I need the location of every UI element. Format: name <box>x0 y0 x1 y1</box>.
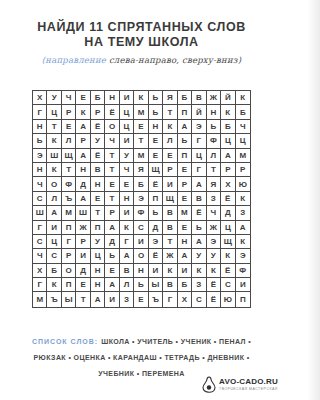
grid-cell[interactable]: Е <box>62 120 76 134</box>
grid-cell[interactable]: Э <box>33 149 47 163</box>
grid-cell[interactable]: Н <box>207 105 221 119</box>
grid-cell[interactable]: Ё <box>192 206 206 220</box>
grid-cell[interactable]: Ы <box>149 278 163 292</box>
directions-note-rest: слева-направо, сверху-вниз) <box>106 55 241 65</box>
grid-cell[interactable]: Я <box>134 163 148 177</box>
puzzle-directions-note: (направление слева-направо, сверху-вниз) <box>0 55 283 65</box>
grid-cell[interactable]: Ё <box>105 105 119 119</box>
grid-cell[interactable]: К <box>120 221 134 235</box>
grid-cell[interactable]: Ч <box>236 120 250 134</box>
grid-cell[interactable]: М <box>33 292 47 306</box>
word-search-grid: ХУЧЕБНИКЬЯБВЖЙКГЦРКРЁЦМЬТПЙНКБНТЕАЁОЦЕНК… <box>33 91 250 307</box>
grid-cell[interactable]: Р <box>236 163 250 177</box>
grid-cell[interactable]: И <box>47 221 61 235</box>
grid-cell[interactable]: Э <box>149 235 163 249</box>
grid-cell[interactable]: Л <box>47 192 61 206</box>
grid-cell[interactable]: Е <box>178 192 192 206</box>
grid-cell[interactable]: З <box>120 292 134 306</box>
grid-cell[interactable]: У <box>120 149 134 163</box>
grid-cell[interactable]: Щ <box>221 235 235 249</box>
grid-cell[interactable]: Е <box>149 149 163 163</box>
grid-cell[interactable]: П <box>62 278 76 292</box>
grid-cell[interactable]: И <box>134 235 148 249</box>
grid-cell[interactable]: А <box>105 278 119 292</box>
grid-cell[interactable]: Р <box>221 163 235 177</box>
grid-cell[interactable]: К <box>76 105 90 119</box>
grid-cell[interactable]: Р <box>163 163 177 177</box>
grid-cell[interactable]: Н <box>91 278 105 292</box>
grid-cell[interactable]: Х <box>33 91 47 105</box>
grid-cell[interactable]: Я <box>207 177 221 191</box>
grid-cell[interactable]: А <box>120 249 134 263</box>
grid-cell[interactable]: Т <box>62 163 76 177</box>
grid-cell[interactable]: Т <box>76 292 90 306</box>
grid-cell[interactable]: А <box>91 292 105 306</box>
grid-cell[interactable]: Р <box>105 206 119 220</box>
grid-cell[interactable]: Б <box>91 91 105 105</box>
grid-cell[interactable]: Я <box>163 91 177 105</box>
grid-cell[interactable]: К <box>47 134 61 148</box>
grid-cell[interactable]: А <box>105 221 119 235</box>
grid-cell[interactable]: Ц <box>120 120 134 134</box>
grid-cell[interactable]: П <box>178 149 192 163</box>
grid-cell[interactable]: И <box>76 249 90 263</box>
grid-cell[interactable]: Е <box>76 278 90 292</box>
grid-cell[interactable]: Ц <box>236 134 250 148</box>
grid-cell[interactable]: Н <box>91 264 105 278</box>
grid-cell[interactable]: Д <box>76 264 90 278</box>
grid-cell[interactable]: У <box>47 91 61 105</box>
grid-cell[interactable]: Э <box>236 249 250 263</box>
grid-cell[interactable]: Г <box>192 163 206 177</box>
page-title-line1: НАЙДИ 11 СПРЯТАННЫХ СЛОВ <box>0 20 283 35</box>
grid-cell[interactable]: П <box>62 221 76 235</box>
grid-cell[interactable]: Х <box>221 177 235 191</box>
grid-cell[interactable]: Н <box>91 177 105 191</box>
grid-cell[interactable]: Ю <box>221 292 235 306</box>
grid-cell[interactable]: У <box>91 235 105 249</box>
grid-cell[interactable]: Л <box>207 149 221 163</box>
grid-cell[interactable]: И <box>120 134 134 148</box>
grid-cell[interactable]: Б <box>236 105 250 119</box>
grid-cell[interactable]: Ь <box>207 120 221 134</box>
grid-cell[interactable]: Р <box>62 249 76 263</box>
grid-cell[interactable]: Т <box>207 163 221 177</box>
grid-cell[interactable]: А <box>76 149 90 163</box>
grid-cell[interactable]: И <box>105 292 119 306</box>
grid-cell[interactable]: Ф <box>236 264 250 278</box>
avocado-icon <box>202 376 216 393</box>
grid-cell[interactable]: С <box>221 278 235 292</box>
grid-cell[interactable]: Р <box>91 105 105 119</box>
grid-cell[interactable]: Е <box>134 120 148 134</box>
grid-cell[interactable]: Э <box>134 192 148 206</box>
grid-cell[interactable]: Ё <box>207 292 221 306</box>
grid-cell[interactable]: Щ <box>62 149 76 163</box>
grid-cell[interactable]: Ч <box>207 206 221 220</box>
grid-cell[interactable]: К <box>192 264 206 278</box>
grid-cell[interactable]: К <box>236 192 250 206</box>
grid-cell[interactable]: Ь <box>33 134 47 148</box>
grid-cell[interactable]: Е <box>178 221 192 235</box>
grid-cell[interactable]: К <box>236 235 250 249</box>
grid-cell[interactable]: Е <box>134 292 148 306</box>
grid-cell[interactable]: Ы <box>62 292 76 306</box>
grid-cell[interactable]: К <box>207 264 221 278</box>
grid-cell[interactable]: Ч <box>62 91 76 105</box>
grid-cell[interactable]: А <box>76 120 90 134</box>
grid-cell[interactable]: Б <box>47 264 61 278</box>
grid-cell[interactable]: Е <box>91 192 105 206</box>
grid-cell[interactable]: К <box>134 91 148 105</box>
grid-cell[interactable]: Т <box>105 163 119 177</box>
grid-cell[interactable]: Ф <box>62 177 76 191</box>
word-list-label: СПИСОК СЛОВ: <box>32 338 98 345</box>
grid-cell[interactable]: Ч <box>105 134 119 148</box>
grid-cell[interactable]: Е <box>76 91 90 105</box>
grid-cell[interactable]: И <box>178 264 192 278</box>
grid-cell[interactable]: Р <box>76 235 90 249</box>
grid-cell[interactable]: А <box>192 235 206 249</box>
grid-cell[interactable]: И <box>236 278 250 292</box>
grid-cell[interactable]: М <box>178 206 192 220</box>
grid-cell[interactable]: У <box>207 249 221 263</box>
grid-cell[interactable]: Ё <box>91 149 105 163</box>
grid-cell[interactable]: Н <box>149 120 163 134</box>
grid-cell[interactable]: Ь <box>149 105 163 119</box>
grid-cell[interactable]: Ц <box>47 105 61 119</box>
grid-cell[interactable]: Ж <box>207 91 221 105</box>
publisher-logo: AVO-CADO.RU ТВОРЧЕСКАЯ МАСТЕРСКАЯ <box>202 376 278 393</box>
grid-cell[interactable]: З <box>236 206 250 220</box>
grid-cell[interactable]: Ц <box>91 249 105 263</box>
grid-cell[interactable]: Ё <box>149 249 163 263</box>
grid-cell[interactable]: Р <box>76 134 90 148</box>
grid-cell[interactable]: Й <box>192 105 206 119</box>
grid-cell[interactable]: Ц <box>221 134 235 148</box>
grid-cell[interactable]: А <box>221 149 235 163</box>
grid-cell[interactable]: В <box>163 278 177 292</box>
grid-cell[interactable]: Р <box>62 105 76 119</box>
grid-cell[interactable]: В <box>163 206 177 220</box>
grid-cell[interactable]: М <box>236 149 250 163</box>
grid-cell[interactable]: П <box>236 292 250 306</box>
grid-cell[interactable]: Ш <box>33 206 47 220</box>
grid-cell[interactable]: Щ <box>163 192 177 206</box>
grid-cell[interactable]: К <box>221 249 235 263</box>
grid-cell[interactable]: С <box>192 292 206 306</box>
grid-cell[interactable]: К <box>163 120 177 134</box>
grid-cell[interactable]: У <box>192 249 206 263</box>
grid-cell[interactable]: А <box>178 120 192 134</box>
grid-cell[interactable]: Н <box>105 91 119 105</box>
grid-cell[interactable]: О <box>62 264 76 278</box>
grid-cell[interactable]: К <box>163 264 177 278</box>
grid-cell[interactable]: К <box>221 105 235 119</box>
grid-cell[interactable]: Ф <box>134 206 148 220</box>
grid-cell[interactable]: Л <box>62 134 76 148</box>
grid-cell[interactable]: В <box>91 163 105 177</box>
grid-cell[interactable]: Р <box>178 177 192 191</box>
grid-cell[interactable]: О <box>105 120 119 134</box>
grid-cell[interactable]: Ё <box>91 120 105 134</box>
grid-cell[interactable]: А <box>178 249 192 263</box>
grid-cell[interactable]: З <box>207 192 221 206</box>
grid-cell[interactable]: Ь <box>192 221 206 235</box>
grid-cell[interactable]: З <box>192 278 206 292</box>
grid-cell[interactable]: У <box>91 134 105 148</box>
grid-cell[interactable]: Ж <box>76 221 90 235</box>
grid-cell[interactable]: Ь <box>105 249 119 263</box>
grid-cell[interactable]: К <box>47 278 61 292</box>
directions-note-accent: (направление <box>42 55 106 65</box>
grid-cell[interactable]: П <box>91 221 105 235</box>
grid-cell[interactable]: Т <box>163 235 177 249</box>
brand-name: AVO-CADO.RU <box>219 378 278 386</box>
grid-cell[interactable]: Ч <box>33 177 47 191</box>
grid-cell[interactable]: Е <box>178 163 192 177</box>
grid-cell[interactable]: Ё <box>221 192 235 206</box>
grid-cell[interactable]: Ъ <box>47 292 61 306</box>
grid-cell[interactable]: М <box>62 206 76 220</box>
grid-cell[interactable]: О <box>47 177 61 191</box>
grid-cell[interactable]: Й <box>221 91 235 105</box>
grid-cell[interactable]: Е <box>105 264 119 278</box>
grid-cell[interactable]: В <box>192 192 206 206</box>
grid-cell[interactable]: П <box>149 192 163 206</box>
grid-cell[interactable]: Г <box>163 292 177 306</box>
grid-cell[interactable]: С <box>33 192 47 206</box>
grid-cell[interactable]: Г <box>33 105 47 119</box>
grid-cell[interactable]: Б <box>178 91 192 105</box>
grid-cell[interactable]: Ь <box>178 134 192 148</box>
grid-cell[interactable]: Ъ <box>62 192 76 206</box>
grid-cell[interactable]: Ъ <box>149 292 163 306</box>
grid-cell[interactable]: Г <box>192 134 206 148</box>
grid-cell[interactable]: Б <box>178 278 192 292</box>
grid-cell[interactable]: А <box>76 192 90 206</box>
grid-cell[interactable]: Э <box>192 120 206 134</box>
grid-cell[interactable]: В <box>192 91 206 105</box>
grid-cell[interactable]: Ч <box>120 163 134 177</box>
grid-cell[interactable]: А <box>47 206 61 220</box>
grid-cell[interactable]: Е <box>149 134 163 148</box>
grid-cell[interactable]: Е <box>163 149 177 163</box>
grid-cell[interactable]: Ё <box>221 264 235 278</box>
grid-cell[interactable]: О <box>134 249 148 263</box>
grid-cell[interactable]: Ь <box>149 91 163 105</box>
grid-cell[interactable]: Т <box>47 120 61 134</box>
grid-cell[interactable]: Ц <box>221 221 235 235</box>
grid-cell[interactable]: Ё <box>149 177 163 191</box>
grid-cell[interactable]: Д <box>105 235 119 249</box>
grid-cell[interactable]: Э <box>207 235 221 249</box>
grid-cell[interactable]: Б <box>221 120 235 134</box>
grid-cell[interactable]: Ж <box>207 221 221 235</box>
grid-cell[interactable]: Г <box>62 235 76 249</box>
grid-cell[interactable]: Т <box>163 105 177 119</box>
grid-cell[interactable]: И <box>163 177 177 191</box>
grid-cell[interactable]: С <box>134 221 148 235</box>
grid-cell[interactable]: Т <box>91 206 105 220</box>
grid-cell[interactable]: Н <box>76 163 90 177</box>
grid-cell[interactable]: Д <box>221 206 235 220</box>
grid-cell[interactable]: Ж <box>163 249 177 263</box>
grid-cell[interactable]: Ц <box>120 105 134 119</box>
grid-cell[interactable]: В <box>120 264 134 278</box>
grid-cell[interactable]: Г <box>33 278 47 292</box>
grid-cell[interactable]: Б <box>134 177 148 191</box>
grid-cell[interactable]: Г <box>33 221 47 235</box>
grid-cell[interactable]: Д <box>149 221 163 235</box>
grid-cell[interactable]: Е <box>120 177 134 191</box>
grid-cell[interactable]: К <box>47 163 61 177</box>
grid-cell[interactable]: Н <box>134 264 148 278</box>
grid-cell[interactable]: Ь <box>134 278 148 292</box>
brand-tagline: ТВОРЧЕСКАЯ МАСТЕРСКАЯ <box>219 388 278 392</box>
grid-cell[interactable]: Х <box>178 292 192 306</box>
grid-cell[interactable]: Ш <box>76 206 90 220</box>
word-search-board: ХУЧЕБНИКЬЯБВЖЙКГЦРКРЁЦМЬТПЙНКБНТЕАЁОЦЕНК… <box>32 90 251 308</box>
grid-cell[interactable]: Щ <box>149 163 163 177</box>
grid-cell[interactable]: В <box>163 221 177 235</box>
grid-cell[interactable]: Ц <box>47 235 61 249</box>
word-list: СПИСОК СЛОВ:ШКОЛА • УЧИТЕЛЬ • УЧЕНИК • П… <box>20 334 264 382</box>
grid-cell[interactable]: Ц <box>192 149 206 163</box>
grid-cell[interactable]: Ч <box>33 249 47 263</box>
grid-cell[interactable]: И <box>120 206 134 220</box>
grid-cell[interactable]: К <box>236 91 250 105</box>
grid-cell[interactable]: Л <box>120 278 134 292</box>
grid-cell[interactable]: Ш <box>47 149 61 163</box>
grid-cell[interactable]: Н <box>120 192 134 206</box>
grid-cell[interactable]: Л <box>163 134 177 148</box>
grid-cell[interactable]: А <box>192 177 206 191</box>
grid-cell[interactable]: Н <box>33 120 47 134</box>
grid-cell[interactable]: А <box>236 221 250 235</box>
grid-cell[interactable]: Т <box>105 192 119 206</box>
grid-cell[interactable]: Ю <box>236 177 250 191</box>
grid-cell[interactable]: Н <box>33 163 47 177</box>
grid-cell[interactable]: М <box>134 105 148 119</box>
grid-cell[interactable]: И <box>120 91 134 105</box>
grid-cell[interactable]: Н <box>178 235 192 249</box>
grid-cell[interactable]: Е <box>105 177 119 191</box>
puzzle-header: НАЙДИ 11 СПРЯТАННЫХ СЛОВ НА ТЕМУ ШКОЛА (… <box>0 0 283 65</box>
grid-cell[interactable]: П <box>178 105 192 119</box>
grid-cell[interactable]: С <box>47 249 61 263</box>
grid-cell[interactable]: Ё <box>207 278 221 292</box>
grid-cell[interactable]: И <box>149 264 163 278</box>
grid-cell[interactable]: С <box>33 235 47 249</box>
grid-cell[interactable]: Т <box>134 134 148 148</box>
grid-cell[interactable]: Т <box>105 149 119 163</box>
grid-cell[interactable]: Ь <box>149 206 163 220</box>
grid-cell[interactable]: Г <box>120 235 134 249</box>
grid-cell[interactable]: Х <box>33 264 47 278</box>
page-title-line2: НА ТЕМУ ШКОЛА <box>0 35 283 50</box>
grid-cell[interactable]: М <box>134 149 148 163</box>
grid-cell[interactable]: Ф <box>207 134 221 148</box>
grid-cell[interactable]: Д <box>76 177 90 191</box>
